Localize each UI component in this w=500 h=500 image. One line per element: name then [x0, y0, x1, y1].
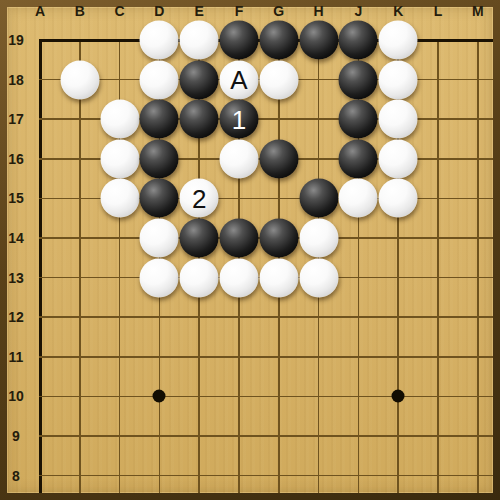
- col-label-C: C: [115, 3, 125, 19]
- col-label-M: M: [472, 3, 484, 19]
- grid-line-row-8: [39, 475, 494, 477]
- stone-white-F16: [220, 139, 259, 178]
- stone-black-H15: [299, 179, 338, 218]
- stone-annotation-E15: 2: [192, 185, 206, 211]
- col-label-J: J: [354, 3, 362, 19]
- stone-black-F17: 1: [220, 100, 259, 139]
- row-label-16: 16: [8, 151, 24, 167]
- stone-white-C16: [100, 139, 139, 178]
- stone-black-J19: [339, 21, 378, 60]
- row-label-8: 8: [12, 468, 20, 484]
- grid-line-row-10: [39, 396, 494, 398]
- stone-white-B18: [60, 60, 99, 99]
- stone-white-K16: [379, 139, 418, 178]
- star-point-D10: [153, 390, 166, 403]
- grid-line-col-B: [79, 39, 81, 494]
- stone-white-J15: [339, 179, 378, 218]
- stone-white-H13: [299, 258, 338, 297]
- col-label-L: L: [434, 3, 443, 19]
- stone-white-D13: [140, 258, 179, 297]
- row-label-10: 10: [8, 388, 24, 404]
- stone-white-E13: [180, 258, 219, 297]
- stone-white-D14: [140, 219, 179, 258]
- stone-white-C17: [100, 100, 139, 139]
- col-label-E: E: [195, 3, 204, 19]
- row-label-15: 15: [8, 190, 24, 206]
- grid-line-col-L: [437, 39, 439, 494]
- stone-white-E19: [180, 21, 219, 60]
- stone-black-F19: [220, 21, 259, 60]
- stone-white-D18: [140, 60, 179, 99]
- stone-white-K15: [379, 179, 418, 218]
- col-label-K: K: [393, 3, 403, 19]
- grid-line-row-11: [39, 356, 494, 358]
- col-label-F: F: [235, 3, 244, 19]
- stone-white-G18: [259, 60, 298, 99]
- grid-line-col-A: [39, 39, 42, 494]
- stone-white-K18: [379, 60, 418, 99]
- grid-line-row-9: [39, 435, 494, 437]
- stone-black-E14: [180, 219, 219, 258]
- col-label-B: B: [75, 3, 85, 19]
- go-app-screen: ABCDEFGHJKLM1918171615141312111098A12: [0, 0, 500, 500]
- col-label-D: D: [154, 3, 164, 19]
- row-label-13: 13: [8, 270, 24, 286]
- col-label-G: G: [273, 3, 284, 19]
- row-label-17: 17: [8, 111, 24, 127]
- row-label-12: 12: [8, 309, 24, 325]
- stone-white-F13: [220, 258, 259, 297]
- stone-black-E18: [180, 60, 219, 99]
- grid-line-row-12: [39, 316, 494, 318]
- stone-black-D16: [140, 139, 179, 178]
- stone-black-G14: [259, 219, 298, 258]
- stone-black-J17: [339, 100, 378, 139]
- row-label-18: 18: [8, 72, 24, 88]
- row-label-9: 9: [12, 428, 20, 444]
- stone-white-E15: 2: [180, 179, 219, 218]
- row-label-19: 19: [8, 32, 24, 48]
- stone-white-D19: [140, 21, 179, 60]
- stone-black-E17: [180, 100, 219, 139]
- stone-annotation-F17: 1: [232, 106, 246, 132]
- stone-white-H14: [299, 219, 338, 258]
- col-label-A: A: [35, 3, 45, 19]
- stone-black-G19: [259, 21, 298, 60]
- grid-line-col-M: [477, 39, 479, 494]
- stone-white-F18: A: [220, 60, 259, 99]
- col-label-H: H: [314, 3, 324, 19]
- board-layer: ABCDEFGHJKLM1918171615141312111098A12: [0, 0, 500, 500]
- stone-white-K19: [379, 21, 418, 60]
- stone-black-J16: [339, 139, 378, 178]
- stone-black-G16: [259, 139, 298, 178]
- stone-annotation-F18: A: [230, 67, 247, 93]
- stone-black-F14: [220, 219, 259, 258]
- stone-black-J18: [339, 60, 378, 99]
- stone-black-H19: [299, 21, 338, 60]
- star-point-K10: [392, 390, 405, 403]
- row-label-11: 11: [9, 349, 24, 365]
- row-label-14: 14: [8, 230, 24, 246]
- stone-white-C15: [100, 179, 139, 218]
- stone-black-D17: [140, 100, 179, 139]
- stone-white-K17: [379, 100, 418, 139]
- stone-white-G13: [259, 258, 298, 297]
- stone-black-D15: [140, 179, 179, 218]
